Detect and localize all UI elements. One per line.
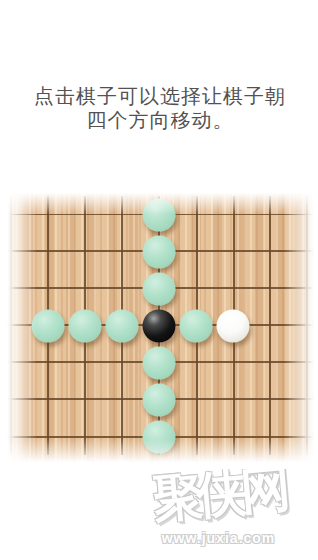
board-intersection xyxy=(215,381,252,418)
board-intersection xyxy=(3,196,30,233)
board-intersection xyxy=(141,418,178,455)
board-intersection xyxy=(3,233,30,270)
board-intersection xyxy=(289,233,318,270)
board-intersection xyxy=(215,196,252,233)
tutorial-screen: 点击棋子可以选择让棋子朝 四个方向移动。 聚侠网 www.juxia.com xyxy=(3,0,318,560)
teal-stone[interactable] xyxy=(143,420,176,453)
board-intersection xyxy=(141,344,178,381)
teal-stone[interactable] xyxy=(143,272,176,305)
board-intersection xyxy=(252,196,289,233)
teal-stone[interactable] xyxy=(143,235,176,268)
board-intersection xyxy=(141,196,178,233)
board-intersection xyxy=(289,418,318,455)
board-intersection xyxy=(289,196,318,233)
board-intersection xyxy=(289,381,318,418)
board-intersection xyxy=(252,381,289,418)
board-intersection xyxy=(104,270,141,307)
teal-stone[interactable] xyxy=(143,198,176,231)
board-intersection xyxy=(30,381,67,418)
board-intersection xyxy=(67,270,104,307)
board-intersection xyxy=(289,270,318,307)
board-intersection xyxy=(215,307,252,344)
board-intersection xyxy=(104,381,141,418)
white-stone[interactable] xyxy=(217,309,250,342)
watermark: 聚侠网 www.juxia.com xyxy=(124,461,314,546)
board-intersection xyxy=(178,196,215,233)
board-intersection xyxy=(67,418,104,455)
board-intersection xyxy=(30,233,67,270)
board-intersection xyxy=(178,381,215,418)
board-intersection xyxy=(289,307,318,344)
teal-stone[interactable] xyxy=(106,309,139,342)
board-intersection xyxy=(30,196,67,233)
instruction-line-2: 四个方向移动。 xyxy=(3,108,318,132)
teal-stone[interactable] xyxy=(69,309,102,342)
board-intersection xyxy=(104,307,141,344)
teal-stone[interactable] xyxy=(143,383,176,416)
board-intersection xyxy=(104,233,141,270)
board-intersection xyxy=(215,233,252,270)
board-intersection xyxy=(67,233,104,270)
board-intersection xyxy=(104,196,141,233)
board-intersection xyxy=(252,307,289,344)
board-intersection xyxy=(141,307,178,344)
board-intersection xyxy=(252,233,289,270)
board-intersection xyxy=(215,270,252,307)
board-intersection xyxy=(3,270,30,307)
teal-stone[interactable] xyxy=(143,346,176,379)
watermark-url: www.juxia.com xyxy=(124,530,314,546)
instruction-line-1: 点击棋子可以选择让棋子朝 xyxy=(3,84,318,108)
board-intersection xyxy=(252,270,289,307)
board-intersection xyxy=(30,344,67,381)
board-intersection xyxy=(178,344,215,381)
board-intersection xyxy=(67,307,104,344)
instruction-text: 点击棋子可以选择让棋子朝 四个方向移动。 xyxy=(3,84,318,132)
board-intersection xyxy=(30,307,67,344)
board-intersection xyxy=(30,418,67,455)
board-intersection xyxy=(178,307,215,344)
board-intersection xyxy=(67,381,104,418)
board-intersection xyxy=(252,418,289,455)
board-intersection xyxy=(289,344,318,381)
board-intersection xyxy=(215,344,252,381)
board-intersection xyxy=(141,270,178,307)
board-intersection xyxy=(67,344,104,381)
board-intersection xyxy=(104,344,141,381)
board-intersection xyxy=(252,344,289,381)
board-intersection xyxy=(178,418,215,455)
board-grid xyxy=(3,196,318,455)
board-intersection xyxy=(3,381,30,418)
teal-stone[interactable] xyxy=(180,309,213,342)
teal-stone[interactable] xyxy=(32,309,65,342)
board-intersection xyxy=(3,418,30,455)
board-intersection xyxy=(3,344,30,381)
board-intersection xyxy=(3,307,30,344)
board-intersection xyxy=(104,418,141,455)
board-intersection xyxy=(141,233,178,270)
board-intersection xyxy=(141,381,178,418)
board-intersection xyxy=(67,196,104,233)
board-intersection xyxy=(30,270,67,307)
board-intersection xyxy=(178,270,215,307)
black-stone[interactable] xyxy=(143,309,176,342)
game-board xyxy=(3,188,318,469)
board-intersection xyxy=(215,418,252,455)
board-intersection xyxy=(178,233,215,270)
